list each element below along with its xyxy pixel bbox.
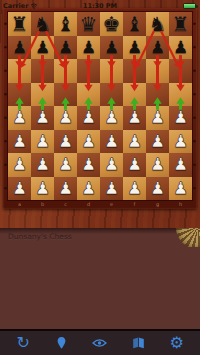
piece-white-pawn: ♟ [81, 109, 96, 126]
piece-white-pawn: ♟ [12, 156, 27, 173]
square-a5[interactable] [8, 83, 31, 107]
square-h3[interactable]: ♟ [169, 130, 192, 154]
fan-ornament-clip [170, 228, 200, 247]
book-icon [132, 336, 145, 350]
pin-icon [56, 336, 67, 350]
piece-white-pawn: ♟ [104, 156, 119, 173]
square-e8[interactable]: ♚ [100, 12, 123, 36]
piece-black-bishop: ♝ [57, 14, 75, 34]
piece-black-bishop: ♝ [126, 14, 144, 34]
piece-white-pawn: ♟ [127, 133, 142, 150]
square-a2[interactable]: ♟ [8, 153, 31, 177]
square-e4[interactable]: ♟ [100, 106, 123, 130]
square-c1[interactable]: ♟ [54, 177, 77, 201]
file-labels: abcdefgh [8, 201, 192, 208]
square-f6[interactable] [123, 59, 146, 83]
piece-black-pawn: ♟ [81, 39, 96, 56]
square-b1[interactable]: ♟ [31, 177, 54, 201]
square-h2[interactable]: ♟ [169, 153, 192, 177]
piece-white-pawn: ♟ [173, 156, 188, 173]
square-b4[interactable]: ♟ [31, 106, 54, 130]
piece-white-pawn: ♟ [104, 180, 119, 197]
square-f8[interactable]: ♝ [123, 12, 146, 36]
square-e7[interactable]: ♟ [100, 36, 123, 60]
frame-studs-right [192, 12, 197, 200]
file-label-f: f [123, 201, 146, 208]
piece-white-pawn: ♟ [35, 109, 50, 126]
piece-white-pawn: ♟ [12, 180, 27, 197]
piece-white-pawn: ♟ [127, 156, 142, 173]
variant-panel[interactable]: Dunsany's Chess [0, 228, 200, 329]
app-screen: Carrier 11:30 PM ♜♞♝♛♚♝♞♜♟♟♟♟♟♟♟♟♟♟♟♟♟♟♟… [0, 0, 200, 355]
square-h1[interactable]: ♟ [169, 177, 192, 201]
square-f1[interactable]: ♟ [123, 177, 146, 201]
square-b8[interactable]: ♞ [31, 12, 54, 36]
piece-black-pawn: ♟ [12, 39, 27, 56]
square-e5[interactable] [100, 83, 123, 107]
file-label-d: d [77, 201, 100, 208]
square-h4[interactable]: ♟ [169, 106, 192, 130]
square-g3[interactable]: ♟ [146, 130, 169, 154]
piece-white-pawn: ♟ [173, 133, 188, 150]
clock: 11:30 PM [0, 2, 200, 10]
square-c5[interactable] [54, 83, 77, 107]
square-g5[interactable] [146, 83, 169, 107]
piece-white-pawn: ♟ [127, 180, 142, 197]
piece-white-pawn: ♟ [58, 180, 73, 197]
square-c3[interactable]: ♟ [54, 130, 77, 154]
square-h7[interactable]: ♟ [169, 36, 192, 60]
piece-white-pawn: ♟ [81, 133, 96, 150]
gear-icon: ⚙ [170, 335, 184, 351]
square-f5[interactable] [123, 83, 146, 107]
square-d8[interactable]: ♛ [77, 12, 100, 36]
bottom-toolbar: ↻ ⚙ [0, 331, 200, 355]
piece-black-pawn: ♟ [173, 39, 188, 56]
hint-pin-button[interactable] [51, 333, 73, 353]
square-a1[interactable]: ♟ [8, 177, 31, 201]
board-squares: ♜♞♝♛♚♝♞♜♟♟♟♟♟♟♟♟♟♟♟♟♟♟♟♟♟♟♟♟♟♟♟♟♟♟♟♟♟♟♟♟… [8, 12, 192, 200]
square-g4[interactable]: ♟ [146, 106, 169, 130]
square-b2[interactable]: ♟ [31, 153, 54, 177]
piece-black-knight: ♞ [34, 14, 52, 34]
square-h6[interactable] [169, 59, 192, 83]
square-d7[interactable]: ♟ [77, 36, 100, 60]
square-g6[interactable] [146, 59, 169, 83]
piece-white-pawn: ♟ [12, 133, 27, 150]
square-h5[interactable] [169, 83, 192, 107]
square-b3[interactable]: ♟ [31, 130, 54, 154]
square-a4[interactable]: ♟ [8, 106, 31, 130]
piece-black-king: ♚ [103, 14, 121, 34]
piece-white-pawn: ♟ [150, 156, 165, 173]
file-label-b: b [31, 201, 54, 208]
square-d1[interactable]: ♟ [77, 177, 100, 201]
square-b7[interactable]: ♟ [31, 36, 54, 60]
square-c6[interactable] [54, 59, 77, 83]
square-c8[interactable]: ♝ [54, 12, 77, 36]
file-label-g: g [146, 201, 169, 208]
square-e1[interactable]: ♟ [100, 177, 123, 201]
piece-black-pawn: ♟ [35, 39, 50, 56]
piece-black-pawn: ♟ [58, 39, 73, 56]
piece-white-pawn: ♟ [12, 109, 27, 126]
show-moves-eye-button[interactable] [89, 333, 111, 353]
piece-white-pawn: ♟ [35, 156, 50, 173]
square-c7[interactable]: ♟ [54, 36, 77, 60]
piece-white-pawn: ♟ [58, 133, 73, 150]
square-g2[interactable]: ♟ [146, 153, 169, 177]
piece-white-pawn: ♟ [35, 133, 50, 150]
piece-white-pawn: ♟ [35, 180, 50, 197]
square-d2[interactable]: ♟ [77, 153, 100, 177]
square-b6[interactable] [31, 59, 54, 83]
square-g8[interactable]: ♞ [146, 12, 169, 36]
square-a7[interactable]: ♟ [8, 36, 31, 60]
piece-white-pawn: ♟ [58, 109, 73, 126]
square-f4[interactable]: ♟ [123, 106, 146, 130]
piece-white-pawn: ♟ [104, 133, 119, 150]
piece-white-pawn: ♟ [81, 156, 96, 173]
square-f7[interactable]: ♟ [123, 36, 146, 60]
square-b5[interactable] [31, 83, 54, 107]
file-label-h: h [169, 201, 192, 208]
square-c2[interactable]: ♟ [54, 153, 77, 177]
piece-white-pawn: ♟ [58, 156, 73, 173]
square-e3[interactable]: ♟ [100, 130, 123, 154]
square-d3[interactable]: ♟ [77, 130, 100, 154]
piece-black-pawn: ♟ [127, 39, 142, 56]
file-label-c: c [54, 201, 77, 208]
file-label-a: a [8, 201, 31, 208]
square-f2[interactable]: ♟ [123, 153, 146, 177]
refresh-button[interactable]: ↻ [12, 333, 34, 353]
piece-black-pawn: ♟ [104, 39, 119, 56]
square-c4[interactable]: ♟ [54, 106, 77, 130]
square-d5[interactable] [77, 83, 100, 107]
square-e6[interactable] [100, 59, 123, 83]
piece-black-pawn: ♟ [150, 39, 165, 56]
file-label-e: e [100, 201, 123, 208]
square-e2[interactable]: ♟ [100, 153, 123, 177]
square-g7[interactable]: ♟ [146, 36, 169, 60]
piece-white-pawn: ♟ [150, 180, 165, 197]
piece-white-pawn: ♟ [150, 133, 165, 150]
battery-icon [183, 3, 196, 9]
variant-name-label: Dunsany's Chess [8, 232, 72, 241]
square-h8[interactable]: ♜ [169, 12, 192, 36]
square-a3[interactable]: ♟ [8, 130, 31, 154]
piece-black-rook: ♜ [172, 14, 190, 34]
refresh-icon: ↻ [16, 335, 29, 351]
piece-black-rook: ♜ [11, 14, 29, 34]
piece-black-knight: ♞ [149, 14, 167, 34]
square-f3[interactable]: ♟ [123, 130, 146, 154]
square-d4[interactable]: ♟ [77, 106, 100, 130]
shell-fan-icon [176, 228, 200, 247]
square-g1[interactable]: ♟ [146, 177, 169, 201]
piece-black-queen: ♛ [80, 14, 98, 34]
piece-white-pawn: ♟ [81, 180, 96, 197]
piece-white-pawn: ♟ [150, 109, 165, 126]
status-bar: Carrier 11:30 PM [0, 0, 200, 11]
eye-icon [92, 338, 107, 348]
piece-white-pawn: ♟ [104, 109, 119, 126]
square-a8[interactable]: ♜ [8, 12, 31, 36]
piece-white-pawn: ♟ [127, 109, 142, 126]
settings-gear-button[interactable]: ⚙ [166, 333, 188, 353]
square-d6[interactable] [77, 59, 100, 83]
piece-white-pawn: ♟ [173, 180, 188, 197]
opening-book-button[interactable] [127, 333, 149, 353]
square-a6[interactable] [8, 59, 31, 83]
piece-white-pawn: ♟ [173, 109, 188, 126]
